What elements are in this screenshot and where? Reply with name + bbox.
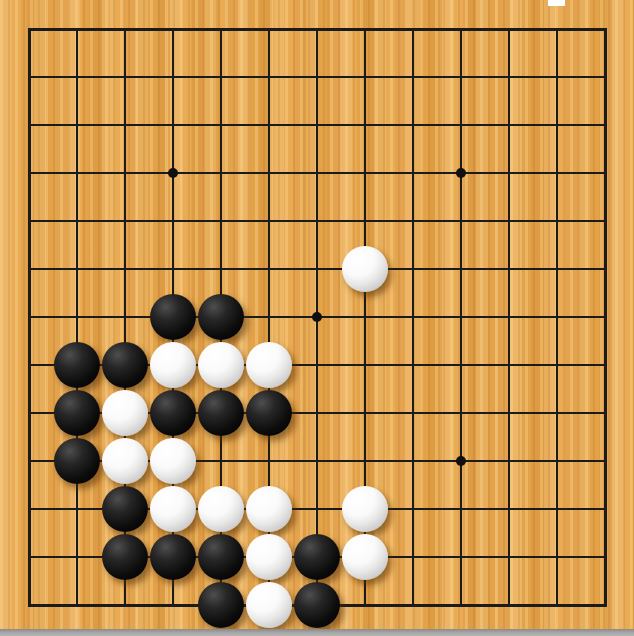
star-point [312,312,322,322]
stone-white-F2 [246,534,292,580]
grid-line-vertical [556,28,558,607]
stone-white-D3 [150,486,196,532]
go-board[interactable] [0,0,634,630]
star-point [168,168,178,178]
stone-black-D7 [150,294,196,340]
stone-white-F3 [246,486,292,532]
stone-white-H2 [342,534,388,580]
stone-black-C3 [102,486,148,532]
grid-line-vertical [604,28,607,607]
stone-black-E5 [198,390,244,436]
stone-black-B6 [54,342,100,388]
grid-line-vertical [508,28,510,607]
grid-line-vertical [460,28,462,607]
star-point [456,168,466,178]
stone-black-B5 [54,390,100,436]
stone-white-E6 [198,342,244,388]
stone-black-E2 [198,534,244,580]
stone-white-D4 [150,438,196,484]
grid-line-vertical [412,28,414,607]
stone-black-D2 [150,534,196,580]
stone-black-G1 [294,582,340,628]
bottom-edge-bar [0,629,634,636]
top-edge-artifact [548,0,565,6]
star-point [456,456,466,466]
stone-white-C5 [102,390,148,436]
stone-black-E1 [198,582,244,628]
screenshot-stage [0,0,634,636]
stone-black-F5 [246,390,292,436]
stone-white-F6 [246,342,292,388]
stone-white-C4 [102,438,148,484]
stone-white-E3 [198,486,244,532]
stone-black-C6 [102,342,148,388]
stone-black-D5 [150,390,196,436]
stone-white-H8 [342,246,388,292]
stone-white-D6 [150,342,196,388]
stone-black-E7 [198,294,244,340]
stone-black-G2 [294,534,340,580]
stone-black-B4 [54,438,100,484]
stone-black-C2 [102,534,148,580]
stone-white-F1 [246,582,292,628]
stone-white-H3 [342,486,388,532]
